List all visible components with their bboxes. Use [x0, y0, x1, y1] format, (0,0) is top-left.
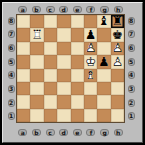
- file-label-bottom-h: h: [114, 129, 123, 136]
- file-label-bottom-c: c: [46, 129, 55, 136]
- square-a7[interactable]: [17, 28, 30, 41]
- square-g4[interactable]: [97, 69, 110, 82]
- square-c7[interactable]: [44, 28, 57, 41]
- square-h1[interactable]: [111, 109, 124, 122]
- square-g2[interactable]: [97, 95, 110, 108]
- square-e7[interactable]: [71, 28, 84, 41]
- file-label-top-c: c: [46, 6, 55, 13]
- piece-black-pawn[interactable]: ♟: [97, 55, 110, 68]
- piece-outline: ♗: [84, 69, 97, 82]
- square-d5[interactable]: [57, 55, 70, 68]
- square-f3[interactable]: [84, 82, 97, 95]
- square-e4[interactable]: [71, 69, 84, 82]
- rank-label-right-5: 5: [128, 58, 135, 66]
- square-b7[interactable]: ♜♖: [30, 28, 43, 41]
- file-label-bottom-e: e: [73, 129, 82, 136]
- square-h2[interactable]: [111, 95, 124, 108]
- square-d4[interactable]: [57, 69, 70, 82]
- square-b4[interactable]: [30, 69, 43, 82]
- square-b2[interactable]: [30, 95, 43, 108]
- square-e3[interactable]: [71, 82, 84, 95]
- file-label-top-g: g: [100, 6, 109, 13]
- square-g1[interactable]: [97, 109, 110, 122]
- piece-outline: ♙: [111, 55, 124, 68]
- rank-label-left-1: 1: [8, 112, 15, 120]
- square-g8[interactable]: ♝: [97, 15, 110, 28]
- square-c5[interactable]: [44, 55, 57, 68]
- square-a2[interactable]: [17, 95, 30, 108]
- square-e5[interactable]: [71, 55, 84, 68]
- rank-label-left-6: 6: [8, 44, 15, 52]
- square-c2[interactable]: [44, 95, 57, 108]
- piece-outline: ♖: [30, 28, 43, 41]
- square-b5[interactable]: [30, 55, 43, 68]
- rank-label-right-7: 7: [128, 30, 135, 38]
- square-b3[interactable]: [30, 82, 43, 95]
- square-b6[interactable]: [30, 42, 43, 55]
- file-label-bottom-b: b: [32, 129, 41, 136]
- square-b1[interactable]: [30, 109, 43, 122]
- rank-label-right-3: 3: [128, 85, 135, 93]
- file-label-bottom-d: d: [59, 129, 68, 136]
- file-label-top-b: b: [32, 6, 41, 13]
- square-c8[interactable]: [44, 15, 57, 28]
- square-f1[interactable]: [84, 109, 97, 122]
- square-e6[interactable]: [71, 42, 84, 55]
- square-a4[interactable]: [17, 69, 30, 82]
- square-d3[interactable]: [57, 82, 70, 95]
- file-label-bottom-f: f: [86, 129, 95, 136]
- rank-label-right-1: 1: [128, 112, 135, 120]
- square-g3[interactable]: [97, 82, 110, 95]
- rank-label-left-3: 3: [8, 85, 15, 93]
- piece-white-bishop[interactable]: ♝♗: [84, 69, 97, 82]
- file-label-top-a: a: [18, 6, 27, 13]
- square-e8[interactable]: [71, 15, 84, 28]
- square-d6[interactable]: [57, 42, 70, 55]
- square-g7[interactable]: [97, 28, 110, 41]
- rank-label-left-5: 5: [8, 58, 15, 66]
- square-a5[interactable]: [17, 55, 30, 68]
- square-a8[interactable]: [17, 15, 30, 28]
- file-label-top-f: f: [86, 6, 95, 13]
- square-d7[interactable]: [57, 28, 70, 41]
- square-d2[interactable]: [57, 95, 70, 108]
- rank-label-left-7: 7: [8, 30, 15, 38]
- square-e1[interactable]: [71, 109, 84, 122]
- square-c6[interactable]: [44, 42, 57, 55]
- square-c1[interactable]: [44, 109, 57, 122]
- piece-white-rook[interactable]: ♜♖: [30, 28, 43, 41]
- square-g5[interactable]: ♟: [97, 55, 110, 68]
- square-h4[interactable]: [111, 69, 124, 82]
- square-a1[interactable]: [17, 109, 30, 122]
- square-d1[interactable]: [57, 109, 70, 122]
- rank-label-left-8: 8: [8, 17, 15, 25]
- file-label-top-e: e: [73, 6, 82, 13]
- rank-label-right-4: 4: [128, 71, 135, 79]
- piece-white-pawn[interactable]: ♟♙: [111, 55, 124, 68]
- square-h5[interactable]: ♟♙: [111, 55, 124, 68]
- square-f2[interactable]: [84, 95, 97, 108]
- rank-label-left-2: 2: [8, 99, 15, 107]
- square-a3[interactable]: [17, 82, 30, 95]
- rank-label-right-2: 2: [128, 99, 135, 107]
- rank-label-right-6: 6: [128, 44, 135, 52]
- file-label-top-h: h: [114, 6, 123, 13]
- piece-black-bishop[interactable]: ♝: [97, 15, 110, 28]
- file-label-top-d: d: [59, 6, 68, 13]
- rank-label-right-8: 8: [128, 17, 135, 25]
- square-c3[interactable]: [44, 82, 57, 95]
- square-a6[interactable]: [17, 42, 30, 55]
- square-f4[interactable]: ♝♗: [84, 69, 97, 82]
- file-label-bottom-g: g: [100, 129, 109, 136]
- square-e2[interactable]: [71, 95, 84, 108]
- square-c4[interactable]: [44, 69, 57, 82]
- rank-label-left-4: 4: [8, 71, 15, 79]
- square-d8[interactable]: [57, 15, 70, 28]
- file-label-bottom-a: a: [18, 129, 27, 136]
- square-h3[interactable]: [111, 82, 124, 95]
- chess-board: ♝♜♜♖♟♚♟♙♟♙♚♔♟♟♙♝♗: [16, 14, 125, 123]
- chess-diagram: { "game": "chess", "position": { "fen": …: [0, 0, 145, 145]
